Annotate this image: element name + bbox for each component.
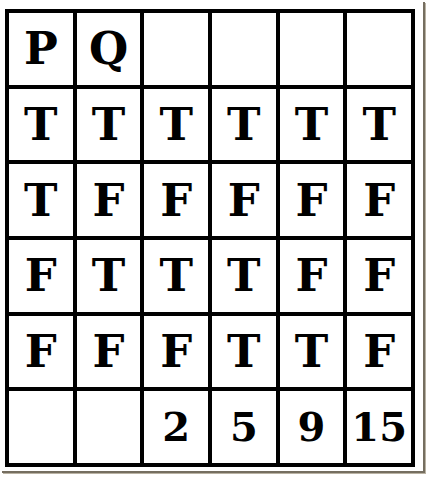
grid-cell: T (77, 240, 141, 312)
grid-cell (144, 13, 208, 85)
truth-table-grid: PQTTTTTTTFFFFFFTTTFFFFFTTF25915 (5, 9, 415, 467)
grid-cell: F (77, 316, 141, 388)
grid-cell: T (280, 89, 344, 161)
grid-cell: T (347, 89, 411, 161)
grid-cell: T (9, 89, 73, 161)
grid-cell: T (144, 240, 208, 312)
grid-cell: F (144, 164, 208, 236)
grid-cell (347, 13, 411, 85)
grid-cell (212, 13, 276, 85)
grid-cell: F (77, 164, 141, 236)
grid-cell: T (9, 164, 73, 236)
grid-cell (280, 13, 344, 85)
grid-cell: T (212, 240, 276, 312)
grid-cell: T (212, 316, 276, 388)
grid-cell: T (212, 89, 276, 161)
grid-cell: T (280, 316, 344, 388)
grid-cell: 15 (347, 391, 411, 463)
grid-cell: F (347, 164, 411, 236)
grid-cell: T (77, 89, 141, 161)
grid-cell: 2 (144, 391, 208, 463)
grid-cell: F (347, 316, 411, 388)
grid-cell: Q (77, 13, 141, 85)
grid-cell (77, 391, 141, 463)
grid-cell: F (280, 240, 344, 312)
truth-table-image-frame: PQTTTTTTTFFFFFFTTTFFFFFTTF25915 (0, 0, 423, 471)
grid-cell: 9 (280, 391, 344, 463)
grid-cell: F (9, 240, 73, 312)
grid-cell: F (9, 316, 73, 388)
grid-cell: P (9, 13, 73, 85)
grid-cell (9, 391, 73, 463)
grid-cell: F (144, 316, 208, 388)
grid-cell: F (347, 240, 411, 312)
grid-cell: F (280, 164, 344, 236)
grid-cell: 5 (212, 391, 276, 463)
grid-cell: T (144, 89, 208, 161)
grid-cell: F (212, 164, 276, 236)
